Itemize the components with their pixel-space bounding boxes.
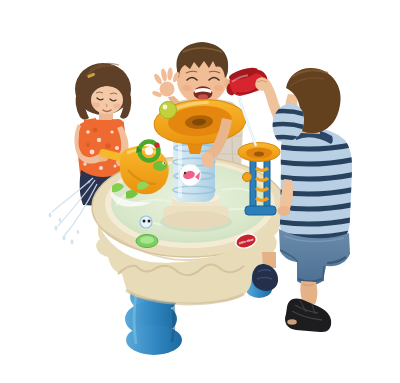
- scene: little tikes: [0, 0, 400, 383]
- croc-figure: [153, 161, 167, 171]
- girl-face: [91, 86, 123, 114]
- spinner-knob: [243, 173, 252, 182]
- girl-top: [78, 118, 126, 178]
- funnel-ball: [160, 102, 177, 119]
- floating-ball: [140, 216, 152, 228]
- drain-cap: [136, 235, 158, 248]
- water-spray: [49, 178, 97, 244]
- fish-ball: [179, 164, 201, 186]
- boy-right-fist: [255, 77, 269, 91]
- product-photo: little tikes: [0, 0, 400, 383]
- boy-right-sandal: [285, 298, 331, 332]
